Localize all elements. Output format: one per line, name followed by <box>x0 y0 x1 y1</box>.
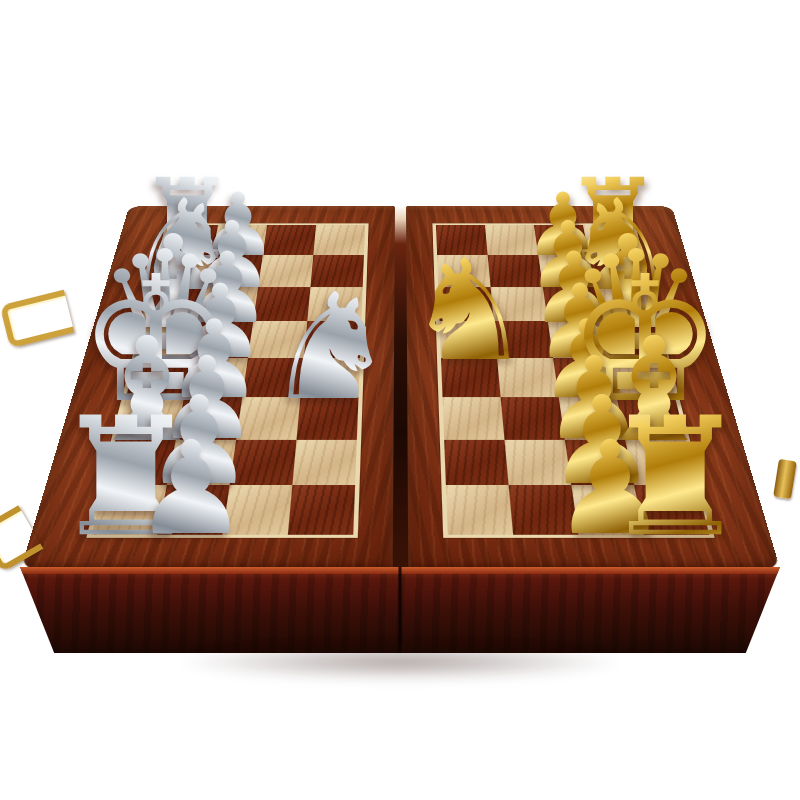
square-c8[interactable] <box>595 287 656 321</box>
square-b5[interactable] <box>437 255 490 287</box>
square-c4[interactable] <box>307 287 362 321</box>
square-b2[interactable] <box>206 255 263 287</box>
square-b6[interactable] <box>488 255 543 287</box>
chess-board[interactable] <box>20 206 780 570</box>
square-f1[interactable] <box>116 397 185 439</box>
brass-pin-right <box>773 459 797 499</box>
square-d5[interactable] <box>440 321 497 358</box>
square-a7[interactable] <box>534 225 589 255</box>
square-e7[interactable] <box>553 358 617 397</box>
square-b1[interactable] <box>154 255 213 287</box>
square-h2[interactable] <box>157 485 230 535</box>
square-b8[interactable] <box>589 255 648 287</box>
floor-shadow <box>90 636 710 688</box>
square-d1[interactable] <box>136 321 199 358</box>
square-b4[interactable] <box>310 255 363 287</box>
square-f3[interactable] <box>236 397 300 439</box>
square-a5[interactable] <box>436 225 488 255</box>
square-d6[interactable] <box>494 321 553 358</box>
square-g7[interactable] <box>565 439 634 485</box>
square-g1[interactable] <box>104 439 176 485</box>
square-h4[interactable] <box>288 485 355 535</box>
square-f7[interactable] <box>559 397 625 439</box>
square-d8[interactable] <box>602 321 665 358</box>
square-f8[interactable] <box>617 397 686 439</box>
square-d4[interactable] <box>304 321 361 358</box>
square-c7[interactable] <box>543 287 602 321</box>
square-c6[interactable] <box>491 287 548 321</box>
square-a4[interactable] <box>313 225 365 255</box>
product-photo-scene: ♜♟♟♜♞♟♟♞♝♟♟♝♛♟♞♟♛♚♟♞♟♚♝♟♟♝♟♟♜♟♟♜ <box>0 0 800 800</box>
square-e4[interactable] <box>300 358 360 397</box>
square-a3[interactable] <box>263 225 316 255</box>
square-b3[interactable] <box>258 255 313 287</box>
square-b7[interactable] <box>538 255 595 287</box>
square-g2[interactable] <box>167 439 236 485</box>
square-a6[interactable] <box>485 225 538 255</box>
square-c3[interactable] <box>253 287 310 321</box>
square-d3[interactable] <box>248 321 307 358</box>
square-c5[interactable] <box>438 287 493 321</box>
square-d2[interactable] <box>192 321 253 358</box>
square-a1[interactable] <box>162 225 218 255</box>
checker-left <box>86 223 368 537</box>
square-g6[interactable] <box>504 439 571 485</box>
square-f6[interactable] <box>501 397 565 439</box>
square-h6[interactable] <box>509 485 579 535</box>
square-h7[interactable] <box>571 485 644 535</box>
square-h1[interactable] <box>92 485 167 535</box>
square-c2[interactable] <box>199 287 258 321</box>
square-g5[interactable] <box>444 439 509 485</box>
square-d7[interactable] <box>548 321 609 358</box>
square-a8[interactable] <box>583 225 639 255</box>
square-e6[interactable] <box>497 358 559 397</box>
square-g8[interactable] <box>625 439 697 485</box>
board-half-right <box>406 206 780 570</box>
square-e8[interactable] <box>609 358 675 397</box>
board-half-left <box>20 206 394 570</box>
square-g3[interactable] <box>230 439 297 485</box>
square-f2[interactable] <box>176 397 242 439</box>
square-h3[interactable] <box>222 485 292 535</box>
square-c1[interactable] <box>145 287 206 321</box>
square-h8[interactable] <box>634 485 709 535</box>
square-e5[interactable] <box>441 358 501 397</box>
square-e3[interactable] <box>242 358 304 397</box>
square-f5[interactable] <box>443 397 505 439</box>
square-f4[interactable] <box>297 397 359 439</box>
square-h5[interactable] <box>446 485 513 535</box>
square-e2[interactable] <box>184 358 248 397</box>
brass-clasp-left-upper <box>0 290 74 349</box>
checker-right <box>432 223 714 537</box>
square-e1[interactable] <box>126 358 192 397</box>
square-a2[interactable] <box>212 225 267 255</box>
square-g4[interactable] <box>292 439 357 485</box>
